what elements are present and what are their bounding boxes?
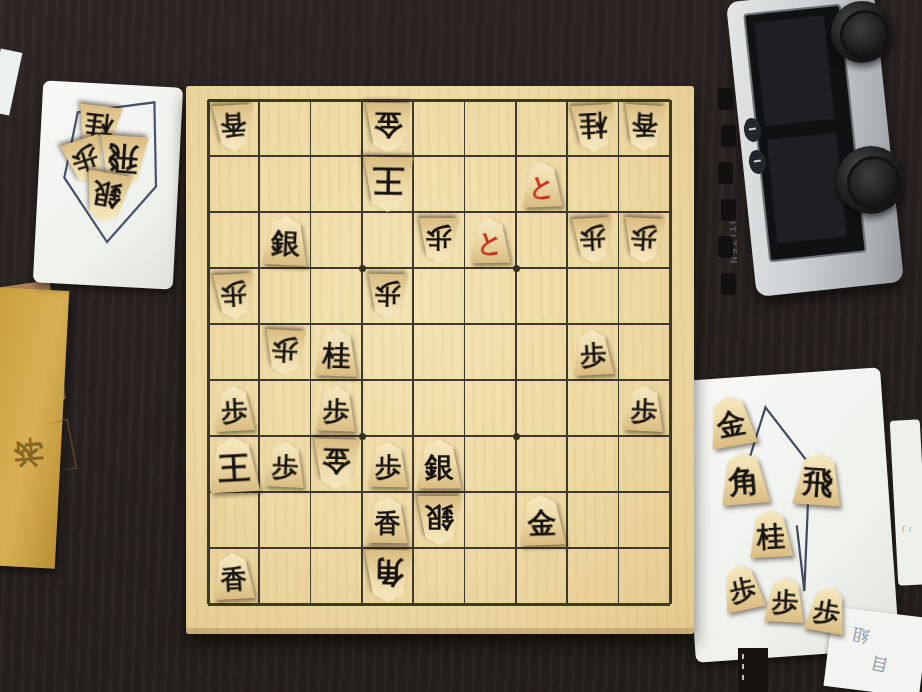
piece-kanji: と: [477, 230, 504, 256]
piece-kanji: 桂: [322, 341, 351, 370]
board-piece-sente-桂-r5c3[interactable]: 桂: [314, 328, 359, 376]
white-wedge: [0, 48, 22, 115]
piece-kanji: 歩: [323, 397, 350, 424]
grid-line-h: [208, 155, 670, 157]
piece-kanji: 歩: [579, 341, 606, 368]
board-piece-sente-金-r8c7[interactable]: 金: [518, 494, 566, 546]
card-sliver: こ: [890, 419, 922, 585]
piece-kanji: 銀: [425, 453, 454, 482]
board-piece-sente-歩-r7c2[interactable]: 歩: [264, 440, 306, 487]
piece-kanji: 歩: [771, 588, 798, 615]
clock-plunger-button[interactable]: [837, 146, 905, 214]
board-piece-gote-歩-r4c1[interactable]: 歩: [213, 272, 255, 319]
piece-kanji: 金: [527, 508, 557, 538]
sente-hand-piece-金[interactable]: 金: [704, 392, 758, 449]
piece-kanji: 歩: [811, 597, 841, 627]
board-piece-sente-銀-r3c2[interactable]: 銀: [261, 214, 309, 265]
clock-foot: [718, 88, 733, 110]
sente-hand-piece-飛[interactable]: 飛: [792, 451, 844, 506]
clock-plunger-button[interactable]: [831, 1, 893, 63]
handwritten-char: 組: [850, 622, 871, 648]
piece-kanji: 金: [715, 407, 749, 441]
grid-line-h: [208, 491, 670, 493]
clock-foot: [721, 273, 736, 295]
star-point: [513, 433, 520, 440]
piece-kanji: 歩: [426, 224, 452, 250]
grid-line-h: [208, 603, 670, 606]
board-piece-gote-金-r7c3[interactable]: 金: [312, 438, 360, 490]
piece-box-logo: 将: [0, 418, 78, 486]
board-piece-gote-金-r1c4[interactable]: 金: [364, 103, 411, 154]
sente-hand-piece-歩[interactable]: 歩: [803, 583, 850, 634]
clock-lcd-panel: [767, 133, 847, 244]
star-point: [513, 265, 520, 272]
grid-line-v: [464, 100, 466, 604]
board-piece-gote-香-r1c1[interactable]: 香: [212, 104, 255, 152]
star-point: [359, 433, 366, 440]
piece-kanji: 桂: [578, 110, 607, 139]
clock-foot: [718, 162, 733, 184]
piece-kanji: 歩: [220, 397, 247, 424]
piece-kanji: 王: [217, 451, 251, 485]
gote-hand-piece-銀[interactable]: 銀: [80, 169, 133, 225]
piece-kanji: 歩: [630, 397, 657, 424]
sente-hand-piece-桂[interactable]: 桂: [747, 508, 792, 557]
grid-line-h: [208, 211, 670, 213]
piece-kanji: 飛: [107, 142, 140, 175]
dark-object: [738, 648, 768, 692]
board-piece-gote-歩-r3c9[interactable]: 歩: [623, 216, 665, 263]
board-piece-sente-歩-r6c3[interactable]: 歩: [316, 385, 358, 431]
board-piece-gote-香-r1c9[interactable]: 香: [623, 104, 666, 152]
piece-kanji: 銀: [270, 228, 300, 258]
grid-line-h: [208, 435, 670, 437]
board-piece-gote-歩-r3c8[interactable]: 歩: [572, 216, 614, 263]
board-piece-gote-歩-r3c5[interactable]: 歩: [419, 218, 459, 263]
piece-kanji: 角: [372, 557, 404, 589]
grid-line-h: [208, 267, 670, 269]
grid-line-v: [669, 100, 672, 604]
grid-line-v: [618, 100, 620, 604]
grid-line-v: [566, 100, 568, 604]
grid-line-h: [208, 99, 670, 102]
piece-kanji: 歩: [220, 280, 247, 307]
piece-kanji: 銀: [425, 502, 454, 531]
sente-hand-piece-歩[interactable]: 歩: [764, 575, 806, 622]
board-piece-sente-と-r2c7[interactable]: と: [521, 161, 563, 207]
piece-kanji: 銀: [90, 177, 124, 211]
piece-kanji: 歩: [69, 142, 102, 175]
board-piece-sente-銀-r7c5[interactable]: 銀: [417, 440, 462, 489]
piece-kanji: 桂: [755, 521, 784, 550]
board-piece-gote-桂-r1c8[interactable]: 桂: [570, 103, 615, 152]
clock-foot: [721, 199, 736, 221]
grid-line-h: [208, 379, 670, 381]
star-point: [359, 265, 366, 272]
piece-kanji: 歩: [631, 224, 658, 251]
piece-kanji: 歩: [374, 454, 400, 480]
board-piece-gote-角-r9c4[interactable]: 角: [363, 550, 412, 603]
clock-lcd-panel: [754, 15, 834, 126]
piece-kanji: 飛: [801, 466, 834, 499]
piece-kanji: と: [528, 173, 556, 200]
board-piece-gote-歩-r5c2[interactable]: 歩: [264, 328, 306, 375]
board-piece-sente-王-r7c1[interactable]: 王: [207, 435, 260, 493]
board-piece-sente-歩-r6c9[interactable]: 歩: [623, 384, 665, 431]
piece-kanji: 歩: [727, 574, 758, 605]
scene-shogi-game: { "game": "shogi", "position": { "sfen":…: [0, 0, 922, 692]
piece-kanji: 金: [373, 110, 403, 140]
clock-foot: [721, 125, 736, 147]
piece-kanji: 歩: [579, 224, 606, 251]
board-piece-sente-歩-r6c1[interactable]: 歩: [213, 384, 255, 431]
board-piece-gote-銀-r8c5[interactable]: 銀: [417, 496, 462, 545]
piece-kanji: 歩: [271, 453, 298, 480]
piece-kanji: 歩: [375, 280, 401, 306]
handwritten-char: 目: [868, 651, 889, 677]
piece-kanji: 香: [220, 565, 247, 592]
board-piece-gote-歩-r4c4[interactable]: 歩: [367, 273, 408, 319]
piece-kanji: 王: [371, 164, 404, 197]
grid-line-v: [515, 100, 517, 604]
clock-foot: [718, 236, 733, 258]
grid-line-v: [258, 100, 260, 604]
piece-kanji: 金: [321, 446, 351, 476]
grid-line-h: [208, 323, 670, 325]
board-piece-sente-と-r3c6[interactable]: と: [470, 217, 511, 263]
piece-kanji: 香: [220, 111, 247, 138]
grid-line-h: [208, 547, 670, 549]
board-piece-sente-歩-r5c8[interactable]: 歩: [572, 328, 614, 375]
grid-line-v: [207, 100, 210, 604]
piece-kanji: 香: [631, 111, 658, 138]
piece-kanji: 歩: [271, 336, 298, 363]
board-piece-sente-香-r9c1[interactable]: 香: [212, 552, 255, 600]
grid-line-v: [310, 100, 312, 604]
piece-kanji: 香: [374, 510, 400, 536]
piece-box: 将: [0, 287, 69, 568]
sente-hand-piece-角[interactable]: 角: [718, 450, 770, 506]
board-piece-sente-香-r8c4[interactable]: 香: [367, 497, 409, 544]
board-piece-sente-歩-r7c4[interactable]: 歩: [367, 441, 408, 487]
board-piece-gote-王-r2c4[interactable]: 王: [362, 156, 413, 212]
piece-kanji: 角: [728, 465, 762, 499]
